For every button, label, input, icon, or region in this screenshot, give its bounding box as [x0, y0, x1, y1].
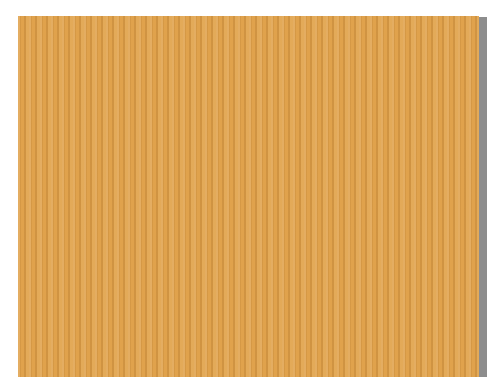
goban[interactable]	[18, 16, 479, 377]
board-edge-shadow	[479, 17, 487, 377]
grid-lines	[18, 16, 479, 377]
